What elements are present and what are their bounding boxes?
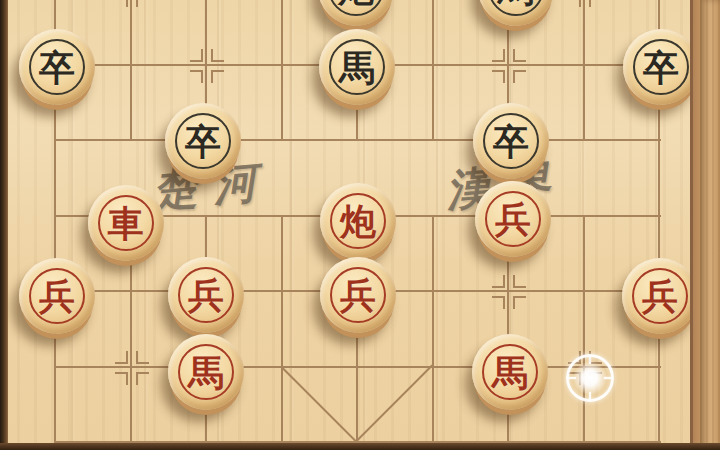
grid-line (583, 215, 585, 444)
grid-line (55, 139, 661, 141)
piece-red-soldier[interactable]: 兵 (320, 257, 396, 333)
board-edge-left (0, 0, 8, 450)
piece-black-cannon[interactable]: 炮 (318, 0, 394, 26)
piece-glyph: 馬 (492, 354, 528, 390)
piece-glyph: 馬 (498, 0, 534, 6)
piece-glyph: 兵 (340, 277, 376, 313)
piece-glyph: 馬 (339, 49, 375, 85)
piece-glyph: 炮 (338, 0, 374, 6)
grid-line (583, 0, 585, 141)
piece-glyph: 車 (108, 205, 144, 241)
piece-black-soldier[interactable]: 卒 (623, 29, 699, 105)
piece-black-horse[interactable]: 馬 (478, 0, 554, 26)
piece-glyph: 卒 (643, 49, 679, 85)
grid-line (432, 215, 434, 444)
grid-line (281, 0, 283, 141)
piece-glyph: 卒 (39, 49, 75, 85)
piece-red-soldier[interactable]: 兵 (19, 258, 95, 334)
cursor-glow (573, 361, 607, 395)
board-edge-right-band (693, 0, 700, 450)
piece-glyph: 卒 (185, 123, 221, 159)
piece-glyph: 兵 (495, 201, 531, 237)
board-edge-bottom (0, 443, 720, 450)
piece-red-soldier[interactable]: 兵 (622, 258, 698, 334)
grid-line (281, 215, 283, 444)
target-cursor-icon[interactable] (566, 354, 614, 402)
piece-black-horse[interactable]: 馬 (319, 29, 395, 105)
piece-glyph: 炮 (340, 203, 376, 239)
piece-black-soldier[interactable]: 卒 (19, 29, 95, 105)
piece-glyph: 卒 (493, 123, 529, 159)
piece-red-horse[interactable]: 馬 (472, 334, 548, 410)
board-edge-right-outer (700, 0, 720, 450)
xiangqi-board: 楚河 漢界 炮馬卒馬卒卒卒車炮兵兵兵兵兵馬馬 (0, 0, 720, 450)
piece-red-chariot[interactable]: 車 (88, 185, 164, 261)
piece-red-cannon[interactable]: 炮 (320, 183, 396, 259)
piece-black-soldier[interactable]: 卒 (473, 103, 549, 179)
piece-glyph: 馬 (188, 354, 224, 390)
piece-black-soldier[interactable]: 卒 (165, 103, 241, 179)
grid-line (130, 0, 132, 141)
piece-red-soldier[interactable]: 兵 (475, 181, 551, 257)
piece-glyph: 兵 (39, 278, 75, 314)
grid-line (432, 0, 434, 141)
piece-glyph: 兵 (642, 278, 678, 314)
piece-red-horse[interactable]: 馬 (168, 334, 244, 410)
piece-red-soldier[interactable]: 兵 (168, 257, 244, 333)
piece-glyph: 兵 (188, 277, 224, 313)
